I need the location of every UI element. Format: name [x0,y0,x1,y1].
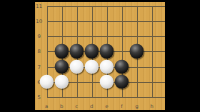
stone-white-a6 [39,74,54,89]
app-screen: 111098765abcdefgh [0,0,200,112]
col-label-d: d [90,104,93,109]
stone-black-e8 [99,44,114,59]
stone-black-f6 [114,74,129,89]
col-label-f: f [121,104,123,109]
stone-black-b7 [54,59,69,74]
stone-white-d7 [84,59,99,74]
row-label-10: 10 [36,19,42,24]
row-label-9: 9 [37,34,40,39]
col-label-e: e [105,104,108,109]
stone-black-f7 [114,59,129,74]
stone-black-d8 [84,44,99,59]
col-label-h: h [150,104,153,109]
stone-white-e7 [99,59,114,74]
col-label-g: g [135,104,138,109]
stone-black-b8 [54,44,69,59]
row-label-7: 7 [37,64,40,69]
board-grid-line-v-h [152,6,153,96]
stone-white-c7 [69,59,84,74]
row-label-5: 5 [37,94,40,99]
stone-black-c8 [69,44,84,59]
go-board[interactable]: 111098765abcdefgh [35,2,165,110]
board-grid-line-h-5 [47,97,166,98]
stone-black-g8 [130,44,145,59]
stone-white-b6 [54,74,69,89]
col-label-c: c [75,104,78,109]
col-label-b: b [60,104,63,109]
col-label-a: a [45,104,48,109]
row-label-8: 8 [37,49,40,54]
stone-white-e6 [99,74,114,89]
row-label-11: 11 [36,4,42,9]
